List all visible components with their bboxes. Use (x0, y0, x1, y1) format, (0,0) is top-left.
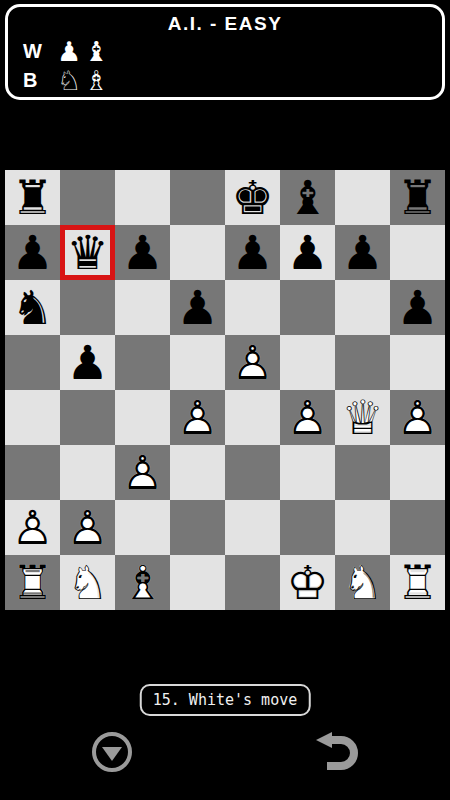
square-c2[interactable] (115, 500, 170, 555)
square-g3[interactable] (335, 445, 390, 500)
undo-arrow-icon (314, 731, 360, 771)
piece-white-king: ♚♔ (280, 555, 335, 610)
square-c3[interactable]: ♟♙ (115, 445, 170, 500)
captured-white-pawn-icon: ♟ (57, 37, 81, 66)
piece-outline-layer: ♙ (5, 500, 60, 555)
square-d7[interactable] (170, 225, 225, 280)
piece-white-pawn: ♟♙ (170, 390, 225, 445)
piece-outline-layer: ♔ (280, 555, 335, 610)
piece-glyph: ♟ (335, 225, 390, 280)
captured-pieces-tray: W♟♝B♘♗ (23, 37, 442, 95)
square-f7[interactable]: ♟ (280, 225, 335, 280)
square-e5[interactable]: ♟♙ (225, 335, 280, 390)
square-f4[interactable]: ♟♙ (280, 390, 335, 445)
piece-glyph: ♝ (280, 170, 335, 225)
square-a3[interactable] (5, 445, 60, 500)
piece-outline-layer: ♙ (60, 500, 115, 555)
piece-white-pawn: ♟♙ (390, 390, 445, 445)
square-g6[interactable] (335, 280, 390, 335)
square-h1[interactable]: ♜♖ (390, 555, 445, 610)
piece-black-bishop: ♝ (280, 170, 335, 225)
square-a1[interactable]: ♜♖ (5, 555, 60, 610)
piece-white-pawn: ♟♙ (280, 390, 335, 445)
square-b2[interactable]: ♟♙ (60, 500, 115, 555)
piece-white-pawn: ♟♙ (5, 500, 60, 555)
square-d1[interactable] (170, 555, 225, 610)
piece-outline-layer: ♙ (280, 390, 335, 445)
piece-black-pawn: ♟ (5, 225, 60, 280)
square-h7[interactable] (390, 225, 445, 280)
app-screen: A.I. - EASY W♟♝B♘♗ ♜♚♝♜♟♛♟♟♟♟♞♟♟♟♟♙♟♙♟♙♛… (0, 0, 450, 800)
piece-outline-layer: ♘ (60, 555, 115, 610)
piece-glyph: ♟ (225, 225, 280, 280)
piece-outline-layer: ♗ (115, 555, 170, 610)
square-a7[interactable]: ♟ (5, 225, 60, 280)
piece-black-rook: ♜ (390, 170, 445, 225)
piece-white-queen: ♛♕ (335, 390, 390, 445)
square-h4[interactable]: ♟♙ (390, 390, 445, 445)
square-h5[interactable] (390, 335, 445, 390)
square-d5[interactable] (170, 335, 225, 390)
square-f8[interactable]: ♝ (280, 170, 335, 225)
square-b3[interactable] (60, 445, 115, 500)
square-a4[interactable] (5, 390, 60, 445)
square-b8[interactable] (60, 170, 115, 225)
square-h6[interactable]: ♟ (390, 280, 445, 335)
chess-board: ♜♚♝♜♟♛♟♟♟♟♞♟♟♟♟♙♟♙♟♙♛♕♟♙♟♙♟♙♟♙♜♖♞♘♝♗♚♔♞♘… (5, 170, 445, 610)
piece-glyph: ♛ (60, 225, 115, 280)
captured-row-label: B (23, 69, 57, 92)
square-a6[interactable]: ♞ (5, 280, 60, 335)
square-g8[interactable] (335, 170, 390, 225)
square-e6[interactable] (225, 280, 280, 335)
square-b6[interactable] (60, 280, 115, 335)
piece-outline-layer: ♕ (335, 390, 390, 445)
piece-white-knight: ♞♘ (335, 555, 390, 610)
square-d8[interactable] (170, 170, 225, 225)
captured-white-bishop-icon: ♝ (84, 37, 108, 66)
piece-black-king: ♚ (225, 170, 280, 225)
square-b4[interactable] (60, 390, 115, 445)
square-c5[interactable] (115, 335, 170, 390)
square-c4[interactable] (115, 390, 170, 445)
piece-glyph: ♞ (5, 280, 60, 335)
square-a8[interactable]: ♜ (5, 170, 60, 225)
square-d4[interactable]: ♟♙ (170, 390, 225, 445)
piece-black-pawn: ♟ (335, 225, 390, 280)
square-e1[interactable] (225, 555, 280, 610)
piece-glyph: ♟ (280, 225, 335, 280)
piece-glyph: ♜ (390, 170, 445, 225)
square-d6[interactable]: ♟ (170, 280, 225, 335)
square-f5[interactable] (280, 335, 335, 390)
square-e2[interactable] (225, 500, 280, 555)
square-h8[interactable]: ♜ (390, 170, 445, 225)
piece-outline-layer: ♙ (390, 390, 445, 445)
piece-white-rook: ♜♖ (5, 555, 60, 610)
square-a2[interactable]: ♟♙ (5, 500, 60, 555)
piece-white-rook: ♜♖ (390, 555, 445, 610)
piece-white-pawn: ♟♙ (60, 500, 115, 555)
captured-black-knight-icon: ♘ (57, 66, 81, 95)
piece-outline-layer: ♙ (225, 335, 280, 390)
piece-black-rook: ♜ (5, 170, 60, 225)
square-f2[interactable] (280, 500, 335, 555)
scroll-down-button[interactable] (92, 732, 132, 772)
square-g4[interactable]: ♛♕ (335, 390, 390, 445)
square-e3[interactable] (225, 445, 280, 500)
piece-black-pawn: ♟ (225, 225, 280, 280)
square-f1[interactable]: ♚♔ (280, 555, 335, 610)
piece-glyph: ♜ (5, 170, 60, 225)
down-arrow-icon (102, 747, 122, 761)
piece-outline-layer: ♘ (335, 555, 390, 610)
square-b5[interactable]: ♟ (60, 335, 115, 390)
square-e4[interactable] (225, 390, 280, 445)
square-g2[interactable] (335, 500, 390, 555)
square-d2[interactable] (170, 500, 225, 555)
piece-black-queen: ♛ (60, 225, 115, 280)
square-g1[interactable]: ♞♘ (335, 555, 390, 610)
piece-outline-layer: ♙ (115, 445, 170, 500)
piece-glyph: ♟ (170, 280, 225, 335)
piece-black-pawn: ♟ (390, 280, 445, 335)
square-c8[interactable] (115, 170, 170, 225)
square-c7[interactable]: ♟ (115, 225, 170, 280)
square-a5[interactable] (5, 335, 60, 390)
piece-outline-layer: ♖ (5, 555, 60, 610)
square-b7[interactable]: ♛ (60, 225, 115, 280)
game-header-panel: A.I. - EASY W♟♝B♘♗ (5, 4, 445, 100)
piece-outline-layer: ♙ (170, 390, 225, 445)
piece-white-bishop: ♝♗ (115, 555, 170, 610)
square-e8[interactable]: ♚ (225, 170, 280, 225)
square-g5[interactable] (335, 335, 390, 390)
piece-glyph: ♟ (60, 335, 115, 390)
square-c6[interactable] (115, 280, 170, 335)
square-f3[interactable] (280, 445, 335, 500)
undo-button[interactable] (314, 731, 360, 771)
square-f6[interactable] (280, 280, 335, 335)
piece-black-pawn: ♟ (280, 225, 335, 280)
piece-black-knight: ♞ (5, 280, 60, 335)
piece-white-pawn: ♟♙ (225, 335, 280, 390)
square-d3[interactable] (170, 445, 225, 500)
square-b1[interactable]: ♞♘ (60, 555, 115, 610)
captured-row-white: W♟♝ (23, 37, 442, 66)
square-h3[interactable] (390, 445, 445, 500)
captured-row-label: W (23, 40, 57, 63)
piece-white-knight: ♞♘ (60, 555, 115, 610)
piece-outline-layer: ♖ (390, 555, 445, 610)
captured-row-black: B♘♗ (23, 66, 442, 95)
square-c1[interactable]: ♝♗ (115, 555, 170, 610)
piece-white-pawn: ♟♙ (115, 445, 170, 500)
move-status-label: 15. White's move (140, 684, 311, 716)
piece-glyph: ♟ (115, 225, 170, 280)
piece-black-pawn: ♟ (170, 280, 225, 335)
piece-black-pawn: ♟ (60, 335, 115, 390)
square-h2[interactable] (390, 500, 445, 555)
game-mode-title: A.I. - EASY (8, 13, 442, 35)
piece-glyph: ♟ (390, 280, 445, 335)
piece-black-pawn: ♟ (115, 225, 170, 280)
captured-black-bishop-icon: ♗ (84, 66, 108, 95)
piece-glyph: ♚ (225, 170, 280, 225)
piece-glyph: ♟ (5, 225, 60, 280)
square-e7[interactable]: ♟ (225, 225, 280, 280)
square-g7[interactable]: ♟ (335, 225, 390, 280)
